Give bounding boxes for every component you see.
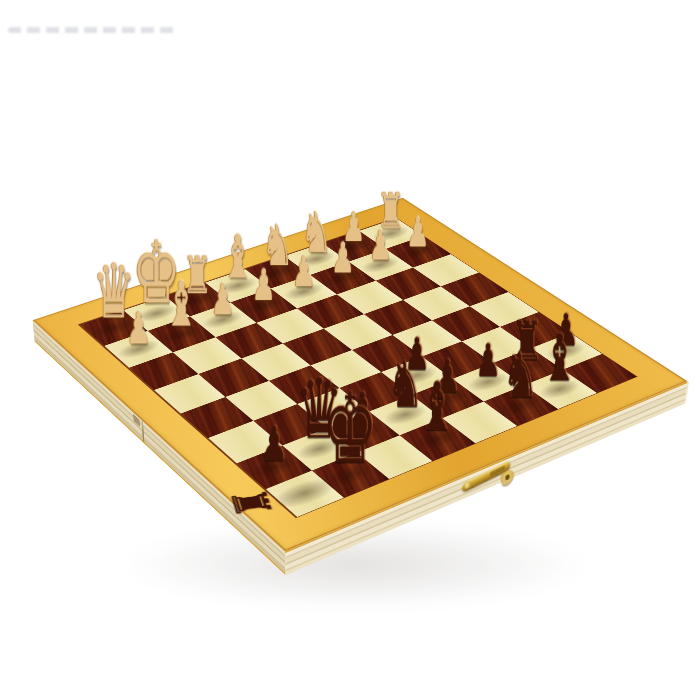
square-b5	[225, 381, 298, 421]
king-glyph: ♚	[322, 381, 377, 478]
bishop-glyph: ♝	[542, 326, 579, 391]
bishop-glyph: ♝	[418, 374, 456, 441]
photo-scene: ♛♚♜♝♞♞♟♜♟♝♟♟♟♟♟♟♟♟♛♟♞♟♟♜♟♜♚♝♞♝	[117, 115, 587, 585]
rook-glyph: ♜	[223, 486, 278, 519]
watermark-ghost	[8, 27, 176, 33]
pawn-glyph: ♟	[260, 420, 288, 468]
square-a4	[154, 374, 226, 414]
fold-hinge-seam	[142, 420, 145, 442]
square-a5	[181, 397, 254, 438]
fold-hinge-notch	[133, 414, 140, 427]
square-b4	[198, 359, 269, 398]
chess-board: ♛♚♜♝♞♞♟♜♟♝♟♟♟♟♟♟♟♟♛♟♞♟♟♜♟♜♚♝♞♝	[33, 198, 688, 552]
knight-glyph: ♞	[502, 344, 538, 407]
square-a3	[129, 352, 199, 390]
pawn-glyph: ♟	[475, 338, 501, 383]
product-photo: ♛♚♜♝♞♞♟♜♟♝♟♟♟♟♟♟♟♟♛♟♞♟♟♜♟♜♚♝♞♝	[0, 0, 700, 700]
